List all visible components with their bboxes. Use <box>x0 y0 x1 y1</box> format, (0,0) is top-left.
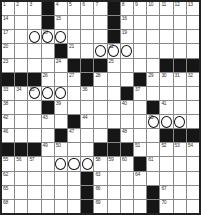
cell-r2c10[interactable]: 16 <box>121 16 133 29</box>
clue-number: 6 <box>82 2 84 7</box>
cell-r13c2[interactable] <box>15 172 27 185</box>
clue-number: 37 <box>135 87 140 92</box>
cell-r12c6[interactable] <box>68 157 80 170</box>
cell-r3c12[interactable] <box>147 30 159 43</box>
cell-r15c9[interactable] <box>108 200 120 213</box>
cell-r13c15[interactable] <box>187 172 199 185</box>
cell-r12c15[interactable] <box>187 157 199 170</box>
clue-number: 62 <box>3 172 8 177</box>
cell-r9c9[interactable] <box>108 115 120 128</box>
cell-r9c12[interactable]: 45 <box>147 115 159 128</box>
cell-r8c8[interactable] <box>94 101 106 114</box>
crossword-page: 1234567891011121314151617181920212223242… <box>0 0 201 215</box>
cell-r6c13[interactable]: 30 <box>160 73 172 86</box>
cell-r7c12[interactable] <box>147 87 159 100</box>
black-cell-r6c11 <box>134 73 146 86</box>
clue-number: 19 <box>122 30 127 35</box>
black-cell-r5c13 <box>160 59 172 72</box>
cell-r12c13[interactable] <box>160 157 172 170</box>
cell-r14c1[interactable]: 65 <box>2 186 14 199</box>
cell-r4c7[interactable] <box>81 44 93 57</box>
cell-r1c3[interactable]: 3 <box>28 2 40 15</box>
black-cell-r11c3 <box>28 143 40 156</box>
clue-number: 50 <box>56 143 61 148</box>
black-cell-r5c7 <box>81 59 93 72</box>
clue-number: 45 <box>148 115 153 120</box>
cell-r1c12[interactable]: 10 <box>147 2 159 15</box>
cell-r12c7[interactable] <box>81 157 93 170</box>
cell-r3c14[interactable] <box>174 30 186 43</box>
clue-number: 35 <box>29 87 34 92</box>
cell-r14c5[interactable] <box>55 186 67 199</box>
cell-r5c12[interactable] <box>147 59 159 72</box>
cell-r12c2[interactable]: 56 <box>15 157 27 170</box>
black-cell-r11c8 <box>94 143 106 156</box>
cell-r5c10[interactable] <box>121 59 133 72</box>
cell-r15c15[interactable] <box>187 200 199 213</box>
clue-number: 55 <box>3 157 8 162</box>
cell-r8c7[interactable] <box>81 101 93 114</box>
cell-r11c13[interactable]: 52 <box>160 143 172 156</box>
cell-r9c4[interactable]: 43 <box>42 115 54 128</box>
cell-r15c13[interactable]: 70 <box>160 200 172 213</box>
cell-r4c4[interactable] <box>42 44 54 57</box>
cell-r2c3[interactable] <box>28 16 40 29</box>
cell-r12c14[interactable] <box>174 157 186 170</box>
clue-number: 67 <box>161 186 166 191</box>
cell-r8c9[interactable] <box>108 101 120 114</box>
cell-r13c6[interactable] <box>68 172 80 185</box>
cell-r14c9[interactable] <box>108 186 120 199</box>
black-cell-r14c12 <box>147 186 159 199</box>
cell-r7c15[interactable] <box>187 87 199 100</box>
clue-number: 32 <box>188 73 193 78</box>
cell-r5c4[interactable] <box>42 59 54 72</box>
cell-r6c6[interactable]: 27 <box>68 73 80 86</box>
cell-r3c13[interactable] <box>160 30 172 43</box>
cell-r14c11[interactable] <box>134 186 146 199</box>
circle-marker <box>82 158 93 170</box>
cell-r4c6[interactable]: 21 <box>68 44 80 57</box>
black-cell-r11c1 <box>2 143 14 156</box>
cell-r5c5[interactable]: 24 <box>55 59 67 72</box>
cell-r8c15[interactable] <box>187 101 199 114</box>
cell-r12c1[interactable]: 55 <box>2 157 14 170</box>
black-cell-r6c7 <box>81 73 93 86</box>
black-cell-r5c6 <box>68 59 80 72</box>
black-cell-r11c2 <box>15 143 27 156</box>
cell-r10c11[interactable] <box>134 129 146 142</box>
clue-number: 61 <box>148 157 153 162</box>
cell-r10c2[interactable] <box>15 129 27 142</box>
cell-r9c2[interactable] <box>15 115 27 128</box>
cell-r5c1[interactable]: 23 <box>2 59 14 72</box>
clue-number: 24 <box>56 59 61 64</box>
clue-number: 23 <box>3 59 8 64</box>
cell-r8c10[interactable]: 40 <box>121 101 133 114</box>
circle-marker <box>55 87 66 99</box>
cell-r14c2[interactable] <box>15 186 27 199</box>
cell-r14c15[interactable] <box>187 186 199 199</box>
cell-r1c15[interactable]: 13 <box>187 2 199 15</box>
cell-r11c11[interactable]: 51 <box>134 143 146 156</box>
cell-r10c1[interactable]: 46 <box>2 129 14 142</box>
cell-r10c10[interactable]: 48 <box>121 129 133 142</box>
cell-r3c15[interactable] <box>187 30 199 43</box>
clue-number: 1 <box>3 2 5 7</box>
black-cell-r10c5 <box>55 129 67 142</box>
cell-r1c6[interactable]: 5 <box>68 2 80 15</box>
cell-r11c14[interactable]: 53 <box>174 143 186 156</box>
cell-r5c3[interactable] <box>28 59 40 72</box>
cell-r4c14[interactable] <box>174 44 186 57</box>
cell-r4c2[interactable] <box>15 44 27 57</box>
cell-r3c3[interactable] <box>28 30 40 43</box>
cell-r13c11[interactable]: 64 <box>134 172 146 185</box>
clue-number: 43 <box>43 115 48 120</box>
cell-r11c5[interactable]: 50 <box>55 143 67 156</box>
cell-r11c12[interactable] <box>147 143 159 156</box>
cell-r1c8[interactable]: 7 <box>94 2 106 15</box>
cell-r7c14[interactable] <box>174 87 186 100</box>
clue-number: 2 <box>16 2 18 7</box>
clue-number: 64 <box>135 172 140 177</box>
cell-r14c14[interactable] <box>174 186 186 199</box>
black-cell-r11c10 <box>121 143 133 156</box>
cell-r3c5[interactable] <box>55 30 67 43</box>
clue-number: 59 <box>109 157 114 162</box>
cell-r8c14[interactable] <box>174 101 186 114</box>
cell-r8c1[interactable]: 38 <box>2 101 14 114</box>
black-cell-r5c8 <box>94 59 106 72</box>
cell-r7c3[interactable]: 35 <box>28 87 40 100</box>
clue-number: 66 <box>95 186 100 191</box>
clue-number: 56 <box>16 157 21 162</box>
clue-number: 58 <box>95 157 100 162</box>
clue-number: 65 <box>3 186 8 191</box>
clue-number: 42 <box>3 115 8 120</box>
clue-number: 41 <box>161 101 166 106</box>
cell-r1c14[interactable]: 12 <box>174 2 186 15</box>
cell-r9c3[interactable] <box>28 115 40 128</box>
circle-marker <box>161 116 172 128</box>
cell-r15c14[interactable] <box>174 200 186 213</box>
cell-r15c6[interactable] <box>68 200 80 213</box>
circle-marker <box>68 158 79 170</box>
clue-number: 14 <box>3 16 8 21</box>
clue-number: 69 <box>95 200 100 205</box>
cell-r9c11[interactable] <box>134 115 146 128</box>
cell-r9c7[interactable]: 44 <box>81 115 93 128</box>
clue-number: 52 <box>161 143 166 148</box>
cell-r4c3[interactable] <box>28 44 40 57</box>
cell-r11c4[interactable]: 49 <box>42 143 54 156</box>
clue-number: 29 <box>148 73 153 78</box>
cell-r3c10[interactable]: 19 <box>121 30 133 43</box>
black-cell-r2c9 <box>108 16 120 29</box>
cell-r11c7[interactable] <box>81 143 93 156</box>
cell-r9c1[interactable]: 42 <box>2 115 14 128</box>
cell-r15c10[interactable] <box>121 200 133 213</box>
cell-r15c11[interactable] <box>134 200 146 213</box>
circle-marker <box>95 45 106 57</box>
cell-r12c8[interactable]: 58 <box>94 157 106 170</box>
cell-r4c15[interactable] <box>187 44 199 57</box>
black-cell-r10c14 <box>174 129 186 142</box>
cell-r15c8[interactable]: 69 <box>94 200 106 213</box>
circle-marker <box>174 116 185 128</box>
cell-r12c9[interactable]: 59 <box>108 157 120 170</box>
cell-r7c5[interactable] <box>55 87 67 100</box>
clue-number: 27 <box>69 73 74 78</box>
clue-number: 20 <box>3 44 8 49</box>
black-cell-r10c15 <box>187 129 199 142</box>
cell-r2c14[interactable] <box>174 16 186 29</box>
clue-number: 49 <box>43 143 48 148</box>
cell-r13c8[interactable]: 63 <box>94 172 106 185</box>
black-cell-r15c7 <box>81 200 93 213</box>
cell-r3c8[interactable] <box>94 30 106 43</box>
cell-r3c7[interactable] <box>81 30 93 43</box>
cell-r13c13[interactable] <box>160 172 172 185</box>
clue-number: 18 <box>43 30 48 35</box>
black-cell-r1c9 <box>108 2 120 15</box>
clue-number: 5 <box>69 2 71 7</box>
clue-number: 33 <box>3 87 8 92</box>
cell-r6c14[interactable]: 31 <box>174 73 186 86</box>
circle-marker <box>55 31 66 43</box>
cell-r2c11[interactable] <box>134 16 146 29</box>
black-cell-r2c4 <box>42 16 54 29</box>
cell-r15c1[interactable]: 68 <box>2 200 14 213</box>
cell-r6c9[interactable] <box>108 73 120 86</box>
cell-r6c5[interactable] <box>55 73 67 86</box>
clue-number: 13 <box>188 2 193 7</box>
cell-r4c12[interactable] <box>147 44 159 57</box>
cell-r2c12[interactable] <box>147 16 159 29</box>
cell-r11c15[interactable]: 54 <box>187 143 199 156</box>
clue-number: 68 <box>3 200 8 205</box>
clue-number: 40 <box>122 101 127 106</box>
clue-number: 9 <box>135 2 137 7</box>
cell-r2c15[interactable] <box>187 16 199 29</box>
cell-r2c13[interactable] <box>160 16 172 29</box>
clue-number: 3 <box>29 2 31 7</box>
cell-r7c2[interactable]: 34 <box>15 87 27 100</box>
cell-r1c13[interactable]: 11 <box>160 2 172 15</box>
cell-r13c10[interactable] <box>121 172 133 185</box>
clue-number: 10 <box>148 2 153 7</box>
black-cell-r7c10 <box>121 87 133 100</box>
black-cell-r12c11 <box>134 157 146 170</box>
cell-r13c4[interactable] <box>42 172 54 185</box>
cell-r6c15[interactable]: 32 <box>187 73 199 86</box>
cell-r1c2[interactable]: 2 <box>15 2 27 15</box>
clue-number: 8 <box>122 2 124 7</box>
cell-r13c14[interactable] <box>174 172 186 185</box>
cell-r8c6[interactable] <box>68 101 80 114</box>
cell-r13c5[interactable] <box>55 172 67 185</box>
cell-r4c9[interactable]: 22 <box>108 44 120 57</box>
cell-r7c1[interactable]: 33 <box>2 87 14 100</box>
clue-number: 70 <box>161 200 166 205</box>
clue-number: 25 <box>109 59 114 64</box>
cell-r15c4[interactable] <box>42 200 54 213</box>
cell-r9c5[interactable] <box>55 115 67 128</box>
cell-r5c9[interactable]: 25 <box>108 59 120 72</box>
cell-r1c10[interactable]: 8 <box>121 2 133 15</box>
cell-r3c1[interactable]: 17 <box>2 30 14 43</box>
cell-r10c6[interactable]: 47 <box>68 129 80 142</box>
cell-r15c2[interactable] <box>15 200 27 213</box>
black-cell-r6c2 <box>15 73 27 86</box>
cell-r9c10[interactable] <box>121 115 133 128</box>
cell-r13c3[interactable] <box>28 172 40 185</box>
cell-r3c11[interactable] <box>134 30 146 43</box>
black-cell-r9c6 <box>68 115 80 128</box>
cell-r7c7[interactable]: 36 <box>81 87 93 100</box>
black-cell-r8c12 <box>147 101 159 114</box>
clue-number: 36 <box>82 87 87 92</box>
black-cell-r8c4 <box>42 101 54 114</box>
cell-r8c13[interactable]: 41 <box>160 101 172 114</box>
clue-number: 39 <box>56 101 61 106</box>
clue-number: 38 <box>3 101 8 106</box>
cell-r3c4[interactable]: 18 <box>42 30 54 43</box>
clue-number: 15 <box>56 16 61 21</box>
cell-r7c6[interactable] <box>68 87 80 100</box>
cell-r9c15[interactable] <box>187 115 199 128</box>
cell-r2c2[interactable] <box>15 16 27 29</box>
cell-r13c9[interactable] <box>108 172 120 185</box>
clue-number: 26 <box>43 73 48 78</box>
cell-r12c10[interactable]: 60 <box>121 157 133 170</box>
clue-number: 51 <box>135 143 140 148</box>
cell-r2c5[interactable]: 15 <box>55 16 67 29</box>
black-cell-r4c5 <box>55 44 67 57</box>
cell-r7c9[interactable] <box>108 87 120 100</box>
cell-r1c5[interactable]: 4 <box>55 2 67 15</box>
cell-r13c12[interactable] <box>147 172 159 185</box>
cell-r15c5[interactable] <box>55 200 67 213</box>
cell-r12c5[interactable] <box>55 157 67 170</box>
black-cell-r1c4 <box>42 2 54 15</box>
cell-r2c6[interactable] <box>68 16 80 29</box>
cell-r1c11[interactable]: 9 <box>134 2 146 15</box>
cell-r5c2[interactable] <box>15 59 27 72</box>
clue-number: 4 <box>56 2 58 7</box>
black-cell-r3c9 <box>108 30 120 43</box>
cell-r6c10[interactable] <box>121 73 133 86</box>
circle-marker <box>42 87 53 99</box>
cell-r7c4[interactable] <box>42 87 54 100</box>
circle-marker <box>29 31 40 43</box>
cell-r11c6[interactable] <box>68 143 80 156</box>
cell-r14c3[interactable] <box>28 186 40 199</box>
clue-number: 28 <box>95 73 100 78</box>
circle-marker <box>55 158 66 170</box>
cell-r8c3[interactable] <box>28 101 40 114</box>
cell-r10c8[interactable] <box>94 129 106 142</box>
cell-r14c4[interactable] <box>42 186 54 199</box>
cell-r9c13[interactable] <box>160 115 172 128</box>
cell-r3c2[interactable] <box>15 30 27 43</box>
cell-r12c3[interactable]: 57 <box>28 157 40 170</box>
clue-number: 31 <box>175 73 180 78</box>
black-cell-r5c14 <box>174 59 186 72</box>
cell-r14c8[interactable]: 66 <box>94 186 106 199</box>
cell-r3c6[interactable] <box>68 30 80 43</box>
cell-r7c8[interactable] <box>94 87 106 100</box>
black-cell-r10c9 <box>108 129 120 142</box>
cell-r15c3[interactable] <box>28 200 40 213</box>
crossword-grid: 1234567891011121314151617181920212223242… <box>0 0 201 215</box>
clue-number: 44 <box>82 115 87 120</box>
cell-r12c12[interactable]: 61 <box>147 157 159 170</box>
cell-r4c8[interactable] <box>94 44 106 57</box>
clue-number: 63 <box>95 172 100 177</box>
clue-number: 21 <box>69 44 74 49</box>
cell-r14c6[interactable] <box>68 186 80 199</box>
cell-r7c11[interactable]: 37 <box>134 87 146 100</box>
clue-number: 16 <box>122 16 127 21</box>
cell-r1c7[interactable]: 6 <box>81 2 93 15</box>
cell-r8c2[interactable] <box>15 101 27 114</box>
cell-r8c11[interactable] <box>134 101 146 114</box>
black-cell-r15c12 <box>147 200 159 213</box>
clue-number: 53 <box>175 143 180 148</box>
cell-r5c11[interactable] <box>134 59 146 72</box>
cell-r2c8[interactable] <box>94 16 106 29</box>
clue-number: 54 <box>188 143 193 148</box>
clue-number: 46 <box>3 129 8 134</box>
circle-marker <box>121 45 132 57</box>
cell-r10c4[interactable] <box>42 129 54 142</box>
cell-r4c11[interactable] <box>134 44 146 57</box>
cell-r12c4[interactable] <box>42 157 54 170</box>
cell-r10c7[interactable] <box>81 129 93 142</box>
clue-number: 48 <box>122 129 127 134</box>
cell-r14c10[interactable] <box>121 186 133 199</box>
cell-r9c14[interactable] <box>174 115 186 128</box>
cell-r13c1[interactable]: 62 <box>2 172 14 185</box>
cell-r10c12[interactable] <box>147 129 159 142</box>
clue-number: 22 <box>109 44 114 49</box>
cell-r4c1[interactable]: 20 <box>2 44 14 57</box>
cell-r10c3[interactable] <box>28 129 40 142</box>
cell-r4c10[interactable] <box>121 44 133 57</box>
clue-number: 12 <box>175 2 180 7</box>
clue-number: 17 <box>3 30 8 35</box>
cell-r8c5[interactable]: 39 <box>55 101 67 114</box>
cell-r6c8[interactable]: 28 <box>94 73 106 86</box>
cell-r2c1[interactable]: 14 <box>2 16 14 29</box>
black-cell-r13c7 <box>81 172 93 185</box>
black-cell-r6c1 <box>2 73 14 86</box>
cell-r7c13[interactable] <box>160 87 172 100</box>
cell-r1c1[interactable]: 1 <box>2 2 14 15</box>
cell-r9c8[interactable] <box>94 115 106 128</box>
cell-r4c13[interactable] <box>160 44 172 57</box>
cell-r2c7[interactable] <box>81 16 93 29</box>
black-cell-r6c3 <box>28 73 40 86</box>
clue-number: 7 <box>95 2 97 7</box>
clue-number: 30 <box>161 73 166 78</box>
cell-r6c4[interactable]: 26 <box>42 73 54 86</box>
black-cell-r10c13 <box>160 129 172 142</box>
cell-r14c13[interactable]: 67 <box>160 186 172 199</box>
cell-r6c12[interactable]: 29 <box>147 73 159 86</box>
